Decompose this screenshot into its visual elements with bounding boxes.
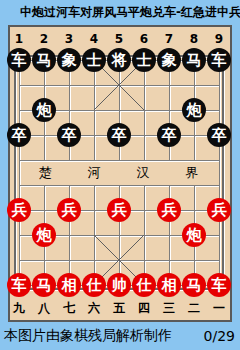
piece-red-elephant[interactable]: 相 [57, 273, 81, 297]
piece-black-soldier[interactable]: 卒 [157, 123, 181, 147]
piece-black-soldier[interactable]: 卒 [57, 123, 81, 147]
piece-black-elephant[interactable]: 象 [157, 48, 181, 72]
piece-red-chariot[interactable]: 车 [7, 273, 31, 297]
piece-black-chariot[interactable]: 车 [207, 48, 231, 72]
piece-black-cannon[interactable]: 炮 [182, 98, 206, 122]
piece-red-advisor[interactable]: 仕 [82, 273, 106, 297]
piece-black-elephant[interactable]: 象 [57, 48, 81, 72]
piece-black-cannon[interactable]: 炮 [32, 98, 56, 122]
piece-red-horse[interactable]: 马 [32, 273, 56, 297]
xiangqi-board[interactable]: 123456789九八七六五四三二一 楚河汉界 车马象士将士象马车炮炮卒卒卒卒卒… [8, 25, 232, 322]
piece-black-chariot[interactable]: 车 [7, 48, 31, 72]
piece-black-advisor[interactable]: 士 [132, 48, 156, 72]
move-counter: 0/29 [204, 328, 235, 344]
piece-red-general[interactable]: 帅 [107, 273, 131, 297]
credit-text: 本图片由象棋残局解析制作 [4, 327, 172, 345]
piece-black-general[interactable]: 将 [107, 48, 131, 72]
piece-red-soldier[interactable]: 兵 [157, 198, 181, 222]
pieces-layer: 车马象士将士象马车炮炮卒卒卒卒卒兵兵兵兵兵炮炮车马相仕帅仕相马车 [10, 27, 230, 320]
page-title: 中炮过河车对屏风马平炮兑车-红急进中兵 [0, 0, 240, 24]
status-bar: 本图片由象棋残局解析制作 0/29 [0, 322, 240, 350]
piece-black-horse[interactable]: 马 [32, 48, 56, 72]
piece-black-advisor[interactable]: 士 [82, 48, 106, 72]
piece-red-soldier[interactable]: 兵 [207, 198, 231, 222]
piece-red-soldier[interactable]: 兵 [7, 198, 31, 222]
piece-red-cannon[interactable]: 炮 [182, 223, 206, 247]
piece-red-soldier[interactable]: 兵 [57, 198, 81, 222]
piece-red-advisor[interactable]: 仕 [132, 273, 156, 297]
piece-black-soldier[interactable]: 卒 [107, 123, 131, 147]
piece-black-soldier[interactable]: 卒 [207, 123, 231, 147]
piece-red-chariot[interactable]: 车 [207, 273, 231, 297]
piece-red-cannon[interactable]: 炮 [32, 223, 56, 247]
piece-red-horse[interactable]: 马 [182, 273, 206, 297]
piece-black-horse[interactable]: 马 [182, 48, 206, 72]
piece-red-soldier[interactable]: 兵 [107, 198, 131, 222]
piece-red-elephant[interactable]: 相 [157, 273, 181, 297]
piece-black-soldier[interactable]: 卒 [7, 123, 31, 147]
